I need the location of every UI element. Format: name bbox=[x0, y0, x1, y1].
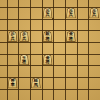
shogi-piece-pawn[interactable]: 歩兵 bbox=[7, 31, 18, 42]
shogi-piece-pawn[interactable]: 歩兵 bbox=[89, 7, 100, 18]
grid-line-horizontal bbox=[0, 77, 100, 78]
piece-kanji: 金将 bbox=[42, 56, 53, 65]
grid-line-vertical bbox=[77, 0, 78, 100]
grid-line-horizontal bbox=[0, 65, 100, 66]
grid-line-vertical bbox=[30, 0, 31, 100]
grid-line-horizontal bbox=[0, 54, 100, 55]
piece-kanji: 桂馬 bbox=[31, 79, 42, 88]
grid-line-vertical bbox=[53, 0, 54, 100]
piece-kanji: 玉将 bbox=[19, 56, 30, 65]
grid-line-horizontal bbox=[0, 89, 100, 90]
piece-kanji: 香車 bbox=[7, 79, 18, 88]
grid-line-vertical bbox=[65, 0, 66, 100]
grid-line-horizontal bbox=[0, 7, 100, 8]
piece-kanji: 歩兵 bbox=[19, 32, 30, 41]
piece-kanji: 銀将 bbox=[42, 32, 53, 41]
grid-line-vertical bbox=[88, 0, 89, 100]
piece-kanji: 歩兵 bbox=[7, 32, 18, 41]
grid-line-vertical bbox=[18, 0, 19, 100]
shogi-piece-silver[interactable]: 銀将 bbox=[42, 31, 53, 42]
shogi-piece-king[interactable]: 玉将 bbox=[19, 54, 30, 65]
grid-line-vertical bbox=[7, 0, 8, 100]
shogi-piece-gold[interactable]: 金将 bbox=[66, 31, 77, 42]
shogi-piece-pawn[interactable]: 歩兵 bbox=[19, 31, 30, 42]
shogi-piece-lance[interactable]: 香車 bbox=[7, 77, 18, 88]
piece-kanji: 歩兵 bbox=[66, 9, 77, 18]
grid-line-vertical bbox=[42, 0, 43, 100]
shogi-piece-knight[interactable]: 桂馬 bbox=[31, 77, 42, 88]
shogi-piece-pawn[interactable]: 歩兵 bbox=[42, 7, 53, 18]
piece-kanji: 金将 bbox=[66, 32, 77, 41]
grid-line-horizontal bbox=[0, 42, 100, 43]
shogi-board[interactable]: 歩兵歩兵歩兵歩兵歩兵銀将金将玉将金将香車桂馬 bbox=[0, 0, 100, 100]
grid-line-horizontal bbox=[0, 19, 100, 20]
piece-kanji: 歩兵 bbox=[89, 9, 100, 18]
grid-line-horizontal bbox=[0, 30, 100, 31]
shogi-piece-gold[interactable]: 金将 bbox=[42, 54, 53, 65]
shogi-piece-pawn[interactable]: 歩兵 bbox=[66, 7, 77, 18]
piece-kanji: 歩兵 bbox=[42, 9, 53, 18]
